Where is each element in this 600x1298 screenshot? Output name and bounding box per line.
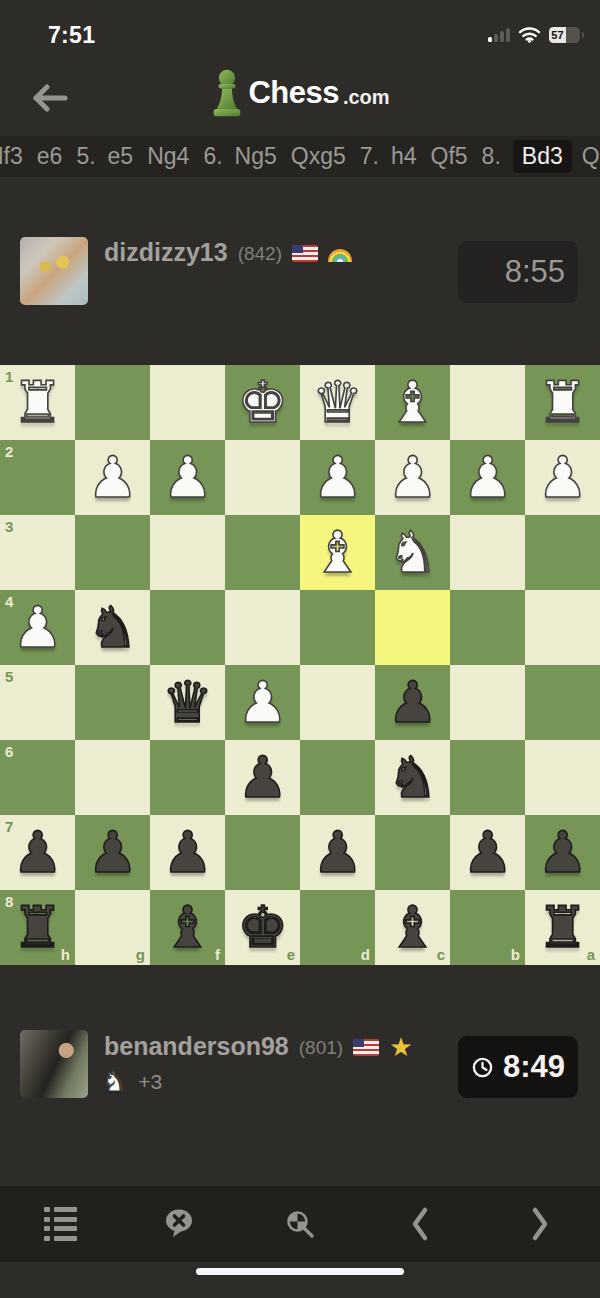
square-h5[interactable]: 5 (0, 665, 75, 740)
chat-disabled-button[interactable] (120, 1186, 240, 1262)
piece-white-knight[interactable]: ♞ (387, 524, 438, 581)
square-f7[interactable]: ♟ (150, 815, 225, 890)
rank-label-5: 5 (5, 668, 13, 685)
piece-white-rook[interactable]: ♜ (537, 374, 588, 431)
move-token[interactable]: Qxg5 (291, 143, 346, 170)
square-e5[interactable]: ♟ (225, 665, 300, 740)
piece-white-pawn[interactable]: ♟ (312, 449, 363, 506)
list-icon (44, 1207, 77, 1241)
square-c5[interactable]: ♟ (375, 665, 450, 740)
square-c6[interactable]: ♞ (375, 740, 450, 815)
square-e3[interactable] (225, 515, 300, 590)
piece-black-pawn[interactable]: ♟ (12, 824, 63, 881)
square-f4[interactable] (150, 590, 225, 665)
material-score: +3 (138, 1070, 162, 1094)
us-flag-icon (353, 1039, 379, 1056)
square-g1[interactable] (75, 365, 150, 440)
top-player-name[interactable]: dizdizzy13 (104, 238, 228, 267)
square-e6[interactable]: ♟ (225, 740, 300, 815)
top-player-rating: (842) (238, 243, 282, 265)
square-a1[interactable]: ♜ (525, 365, 600, 440)
move-token[interactable]: e6 (37, 143, 63, 170)
next-move-button[interactable] (480, 1186, 600, 1262)
square-a3[interactable] (525, 515, 600, 590)
square-g5[interactable] (75, 665, 150, 740)
file-label-b: b (511, 946, 520, 963)
square-d8[interactable]: d (300, 890, 375, 965)
rank-label-4: 4 (5, 593, 13, 610)
top-player-info: dizdizzy13 (842) (104, 238, 352, 267)
square-c1[interactable]: ♝ (375, 365, 450, 440)
chesscom-logo: Chess .com (0, 68, 600, 118)
rank-label-1: 1 (5, 368, 13, 385)
rank-label-3: 3 (5, 518, 13, 535)
piece-white-king[interactable]: ♚ (237, 374, 288, 431)
chevron-left-icon (410, 1206, 430, 1242)
piece-black-knight[interactable]: ♞ (387, 749, 438, 806)
wifi-icon (518, 26, 541, 43)
piece-black-pawn[interactable]: ♟ (387, 674, 438, 731)
piece-black-king[interactable]: ♚ (237, 899, 288, 956)
status-time: 7:51 (48, 22, 95, 49)
square-e1[interactable]: ♚ (225, 365, 300, 440)
top-player-clock: 8:55 (458, 241, 578, 303)
piece-black-queen[interactable]: ♛ (162, 674, 213, 731)
piece-white-bishop[interactable]: ♝ (312, 524, 363, 581)
piece-black-pawn[interactable]: ♟ (537, 824, 588, 881)
captured-knight-icon: ♞ (102, 1066, 126, 1097)
move-number[interactable]: 5. (76, 143, 95, 170)
square-a7[interactable]: ♟ (525, 815, 600, 890)
square-c2[interactable]: ♟ (375, 440, 450, 515)
game-toolbar (0, 1186, 600, 1262)
file-label-h: h (61, 946, 70, 963)
piece-black-rook[interactable]: ♜ (12, 899, 63, 956)
square-f2[interactable]: ♟ (150, 440, 225, 515)
logo-text: Chess (248, 75, 339, 111)
square-g2[interactable]: ♟ (75, 440, 150, 515)
magnifier-pie-icon (284, 1208, 317, 1241)
home-indicator[interactable] (196, 1268, 404, 1275)
move-token[interactable]: Bd3 (513, 140, 572, 173)
move-token[interactable]: Ng4 (147, 143, 189, 170)
chevron-right-icon (530, 1206, 550, 1242)
avatar-bottom-player[interactable] (20, 1030, 88, 1098)
piece-white-pawn[interactable]: ♟ (162, 449, 213, 506)
app-screen: 7:51 57 Chess .com Nf3 (0, 0, 600, 1298)
bottom-player-clock: 8:49 (458, 1036, 578, 1098)
piece-black-pawn[interactable]: ♟ (312, 824, 363, 881)
move-number[interactable]: 7. (360, 143, 379, 170)
square-d3[interactable]: ♝ (300, 515, 375, 590)
file-label-e: e (287, 946, 295, 963)
rank-label-7: 7 (5, 818, 13, 835)
square-g3[interactable] (75, 515, 150, 590)
square-h7[interactable]: 7♟ (0, 815, 75, 890)
battery-nub (582, 32, 585, 38)
bottom-clock-time: 8:49 (503, 1049, 565, 1085)
clock-icon (471, 1056, 494, 1079)
square-h6[interactable]: 6 (0, 740, 75, 815)
square-f3[interactable] (150, 515, 225, 590)
square-b5[interactable] (450, 665, 525, 740)
piece-black-pawn[interactable]: ♟ (162, 824, 213, 881)
square-b1[interactable] (450, 365, 525, 440)
square-a2[interactable]: ♟ (525, 440, 600, 515)
square-a6[interactable] (525, 740, 600, 815)
piece-black-bishop[interactable]: ♝ (387, 899, 438, 956)
move-list[interactable]: Nf3e65.e5Ng46.Ng5Qxg57.h4Qf58.Bd3Qxf2# (0, 136, 600, 177)
file-label-f: f (215, 946, 220, 963)
square-e4[interactable] (225, 590, 300, 665)
piece-white-rook[interactable]: ♜ (12, 374, 63, 431)
square-a8[interactable]: a♜ (525, 890, 600, 965)
square-d2[interactable]: ♟ (300, 440, 375, 515)
analysis-button[interactable] (240, 1186, 360, 1262)
square-c3[interactable]: ♞ (375, 515, 450, 590)
move-number[interactable]: 6. (203, 143, 222, 170)
piece-black-pawn[interactable]: ♟ (87, 824, 138, 881)
square-f1[interactable] (150, 365, 225, 440)
piece-black-rook[interactable]: ♜ (537, 899, 588, 956)
file-label-g: g (136, 946, 145, 963)
move-token[interactable]: Nf3 (0, 143, 23, 170)
square-d7[interactable]: ♟ (300, 815, 375, 890)
square-f8[interactable]: f♝ (150, 890, 225, 965)
bottom-player-info: benanderson98 (801) ★ (104, 1032, 412, 1061)
chess-board[interactable]: 1♜♚♛♝♜2♟♟♟♟♟♟3♝♞4♟♞5♛♟♟6♟♞7♟♟♟♟♟♟8h♜gf♝e… (0, 365, 600, 965)
avatar-top-player[interactable] (20, 237, 88, 305)
previous-move-button[interactable] (360, 1186, 480, 1262)
move-token[interactable]: Ng5 (235, 143, 277, 170)
piece-white-queen[interactable]: ♛ (312, 374, 363, 431)
rainbow-icon (328, 249, 352, 262)
battery-icon: 57 (549, 27, 580, 43)
rank-label-6: 6 (5, 743, 13, 760)
move-token[interactable]: Qf5 (431, 143, 468, 170)
move-token[interactable]: e5 (108, 143, 134, 170)
move-token[interactable]: h4 (391, 143, 417, 170)
file-label-d: d (361, 946, 370, 963)
piece-white-pawn[interactable]: ♟ (537, 449, 588, 506)
rank-label-2: 2 (5, 443, 13, 460)
square-f5[interactable]: ♛ (150, 665, 225, 740)
piece-white-pawn[interactable]: ♟ (12, 599, 63, 656)
square-g4[interactable]: ♞ (75, 590, 150, 665)
piece-white-pawn[interactable]: ♟ (387, 449, 438, 506)
square-d6[interactable] (300, 740, 375, 815)
square-b8[interactable]: b (450, 890, 525, 965)
square-e8[interactable]: e♚ (225, 890, 300, 965)
square-d4[interactable] (300, 590, 375, 665)
square-g6[interactable] (75, 740, 150, 815)
us-flag-icon (292, 245, 318, 262)
square-g8[interactable]: g (75, 890, 150, 965)
piece-white-pawn[interactable]: ♟ (87, 449, 138, 506)
square-g7[interactable]: ♟ (75, 815, 150, 890)
logo-text-com: .com (343, 86, 390, 109)
square-d5[interactable] (300, 665, 375, 740)
top-clock-time: 8:55 (505, 254, 565, 290)
piece-white-pawn[interactable]: ♟ (462, 449, 513, 506)
square-h8[interactable]: 8h♜ (0, 890, 75, 965)
piece-black-pawn[interactable]: ♟ (237, 749, 288, 806)
piece-black-knight[interactable]: ♞ (87, 599, 138, 656)
pawn-logo-icon (210, 68, 244, 118)
move-token[interactable]: Qxf2# (582, 143, 600, 170)
square-b4[interactable] (450, 590, 525, 665)
square-a5[interactable] (525, 665, 600, 740)
cellular-signal-icon (488, 27, 510, 42)
square-c8[interactable]: c♝ (375, 890, 450, 965)
square-h4[interactable]: 4♟ (0, 590, 75, 665)
square-h3[interactable]: 3 (0, 515, 75, 590)
square-b7[interactable]: ♟ (450, 815, 525, 890)
square-c4[interactable] (375, 590, 450, 665)
piece-white-pawn[interactable]: ♟ (237, 674, 288, 731)
square-f6[interactable] (150, 740, 225, 815)
piece-black-bishop[interactable]: ♝ (162, 899, 213, 956)
square-c7[interactable] (375, 815, 450, 890)
moves-list-button[interactable] (0, 1186, 120, 1262)
square-d1[interactable]: ♛ (300, 365, 375, 440)
battery-percent: 57 (549, 27, 567, 43)
piece-white-bishop[interactable]: ♝ (387, 374, 438, 431)
piece-black-pawn[interactable]: ♟ (462, 824, 513, 881)
square-b6[interactable] (450, 740, 525, 815)
chat-x-icon (162, 1207, 198, 1241)
move-number[interactable]: 8. (482, 143, 501, 170)
square-h2[interactable]: 2 (0, 440, 75, 515)
status-icons: 57 (488, 26, 585, 43)
square-b3[interactable] (450, 515, 525, 590)
bottom-player-name[interactable]: benanderson98 (104, 1032, 289, 1061)
square-e2[interactable] (225, 440, 300, 515)
square-h1[interactable]: 1♜ (0, 365, 75, 440)
captured-material: ♞ +3 (102, 1066, 162, 1097)
file-label-c: c (437, 946, 445, 963)
star-badge-icon: ★ (389, 1034, 412, 1060)
square-b2[interactable]: ♟ (450, 440, 525, 515)
square-a4[interactable] (525, 590, 600, 665)
square-e7[interactable] (225, 815, 300, 890)
rank-label-8: 8 (5, 893, 13, 910)
bottom-player-rating: (801) (299, 1037, 343, 1059)
file-label-a: a (587, 946, 595, 963)
